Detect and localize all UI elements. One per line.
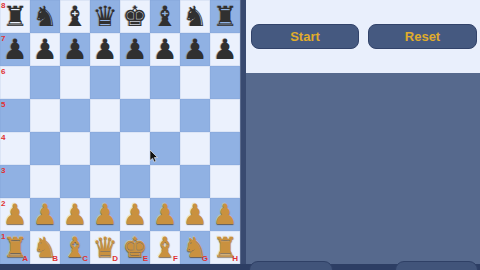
- square-b8[interactable]: ♞: [30, 0, 60, 33]
- square-f8[interactable]: ♝: [150, 0, 180, 33]
- piece-white-pawn[interactable]: ♟: [120, 198, 150, 231]
- piece-white-pawn[interactable]: ♟: [210, 198, 240, 231]
- square-g2[interactable]: ♟: [180, 198, 210, 231]
- square-g3[interactable]: [180, 165, 210, 198]
- file-label-g: G: [180, 254, 208, 263]
- file-label-f: F: [150, 254, 178, 263]
- control-panel: Start Reset Board Color Rotate Board: [246, 0, 480, 264]
- mouse-cursor: [150, 150, 159, 163]
- rank-label-8: 8: [1, 1, 11, 10]
- square-f2[interactable]: ♟: [150, 198, 180, 231]
- square-c6[interactable]: [60, 66, 90, 99]
- chess-board[interactable]: ♜♞♝♛♚♝♞♜♟♟♟♟♟♟♟♟♟♟♟♟♟♟♟♟♜♞♝♛♚♝♞♜: [0, 0, 240, 264]
- square-d4[interactable]: [90, 132, 120, 165]
- piece-black-pawn[interactable]: ♟: [60, 33, 90, 66]
- file-label-e: E: [120, 254, 148, 263]
- square-g4[interactable]: [180, 132, 210, 165]
- square-e2[interactable]: ♟: [120, 198, 150, 231]
- square-c2[interactable]: ♟: [60, 198, 90, 231]
- piece-black-bishop[interactable]: ♝: [60, 0, 90, 33]
- square-b2[interactable]: ♟: [30, 198, 60, 231]
- square-h2[interactable]: ♟: [210, 198, 240, 231]
- piece-white-pawn[interactable]: ♟: [90, 198, 120, 231]
- rank-label-1: 1: [1, 232, 11, 241]
- square-b3[interactable]: [30, 165, 60, 198]
- square-f5[interactable]: [150, 99, 180, 132]
- piece-black-bishop[interactable]: ♝: [150, 0, 180, 33]
- piece-black-queen[interactable]: ♛: [90, 0, 120, 33]
- piece-white-pawn[interactable]: ♟: [150, 198, 180, 231]
- file-label-b: B: [30, 254, 58, 263]
- piece-black-pawn[interactable]: ♟: [150, 33, 180, 66]
- square-b4[interactable]: [30, 132, 60, 165]
- square-c4[interactable]: [60, 132, 90, 165]
- piece-white-pawn[interactable]: ♟: [30, 198, 60, 231]
- square-f7[interactable]: ♟: [150, 33, 180, 66]
- panel-top-section: Start Reset: [246, 0, 480, 73]
- piece-black-knight[interactable]: ♞: [180, 0, 210, 33]
- square-c8[interactable]: ♝: [60, 0, 90, 33]
- file-label-c: C: [60, 254, 88, 263]
- square-h8[interactable]: ♜: [210, 0, 240, 33]
- square-g5[interactable]: [180, 99, 210, 132]
- square-c5[interactable]: [60, 99, 90, 132]
- square-e4[interactable]: [120, 132, 150, 165]
- square-e8[interactable]: ♚: [120, 0, 150, 33]
- square-b5[interactable]: [30, 99, 60, 132]
- piece-black-pawn[interactable]: ♟: [30, 33, 60, 66]
- panel-bottom-section: Board Color Rotate Board: [246, 73, 480, 264]
- reset-button[interactable]: Reset: [368, 24, 477, 49]
- square-h5[interactable]: [210, 99, 240, 132]
- piece-black-rook[interactable]: ♜: [210, 0, 240, 33]
- square-d7[interactable]: ♟: [90, 33, 120, 66]
- square-g8[interactable]: ♞: [180, 0, 210, 33]
- rank-label-3: 3: [1, 166, 11, 175]
- piece-white-pawn[interactable]: ♟: [60, 198, 90, 231]
- square-b7[interactable]: ♟: [30, 33, 60, 66]
- square-e5[interactable]: [120, 99, 150, 132]
- piece-black-king[interactable]: ♚: [120, 0, 150, 33]
- square-d8[interactable]: ♛: [90, 0, 120, 33]
- square-g7[interactable]: ♟: [180, 33, 210, 66]
- rotate-board-button[interactable]: Rotate Board: [395, 261, 478, 270]
- square-b6[interactable]: [30, 66, 60, 99]
- file-label-a: A: [0, 254, 28, 263]
- board-color-button[interactable]: Board Color: [249, 261, 333, 270]
- square-e3[interactable]: [120, 165, 150, 198]
- square-f3[interactable]: [150, 165, 180, 198]
- piece-black-pawn[interactable]: ♟: [90, 33, 120, 66]
- piece-white-pawn[interactable]: ♟: [180, 198, 210, 231]
- square-e6[interactable]: [120, 66, 150, 99]
- piece-black-knight[interactable]: ♞: [30, 0, 60, 33]
- square-h7[interactable]: ♟: [210, 33, 240, 66]
- file-label-d: D: [90, 254, 118, 263]
- start-button[interactable]: Start: [251, 24, 359, 49]
- piece-black-pawn[interactable]: ♟: [120, 33, 150, 66]
- square-d2[interactable]: ♟: [90, 198, 120, 231]
- square-h4[interactable]: [210, 132, 240, 165]
- square-d6[interactable]: [90, 66, 120, 99]
- square-d3[interactable]: [90, 165, 120, 198]
- square-d5[interactable]: [90, 99, 120, 132]
- file-label-h: H: [210, 254, 238, 263]
- square-h3[interactable]: [210, 165, 240, 198]
- piece-black-pawn[interactable]: ♟: [210, 33, 240, 66]
- square-c3[interactable]: [60, 165, 90, 198]
- chess-app-window: ♜♞♝♛♚♝♞♜♟♟♟♟♟♟♟♟♟♟♟♟♟♟♟♟♜♞♝♛♚♝♞♜ 8765432…: [0, 0, 480, 270]
- rank-label-5: 5: [1, 100, 11, 109]
- rank-label-6: 6: [1, 67, 11, 76]
- square-f6[interactable]: [150, 66, 180, 99]
- square-g6[interactable]: [180, 66, 210, 99]
- square-e7[interactable]: ♟: [120, 33, 150, 66]
- square-h6[interactable]: [210, 66, 240, 99]
- square-c7[interactable]: ♟: [60, 33, 90, 66]
- piece-black-pawn[interactable]: ♟: [180, 33, 210, 66]
- rank-label-7: 7: [1, 34, 11, 43]
- rank-label-4: 4: [1, 133, 11, 142]
- rank-label-2: 2: [1, 199, 11, 208]
